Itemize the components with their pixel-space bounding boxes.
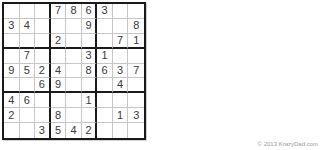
sudoku-cell[interactable] (35, 108, 51, 123)
sudoku-cell[interactable] (51, 93, 67, 108)
sudoku-cell[interactable]: 1 (113, 108, 129, 123)
sudoku-cell[interactable]: 9 (4, 64, 20, 79)
sudoku-cell[interactable] (4, 34, 20, 49)
sudoku-cell[interactable]: 2 (4, 108, 20, 123)
sudoku-cell[interactable] (97, 123, 113, 138)
sudoku-cell[interactable] (82, 78, 98, 93)
sudoku-cell[interactable] (51, 49, 67, 64)
sudoku-cell[interactable] (35, 34, 51, 49)
sudoku-cell[interactable]: 1 (128, 34, 144, 49)
sudoku-cell[interactable]: 8 (82, 64, 98, 79)
sudoku-cell[interactable] (66, 64, 82, 79)
sudoku-cell[interactable]: 5 (51, 123, 67, 138)
sudoku-cell[interactable] (66, 108, 82, 123)
sudoku-cell[interactable]: 3 (4, 19, 20, 34)
sudoku-cell[interactable]: 4 (4, 93, 20, 108)
sudoku-cell[interactable]: 3 (128, 108, 144, 123)
sudoku-cell[interactable] (4, 4, 20, 19)
sudoku-cell[interactable]: 8 (51, 108, 67, 123)
sudoku-cell[interactable] (113, 123, 129, 138)
sudoku-cell[interactable]: 2 (35, 64, 51, 79)
sudoku-cell[interactable] (35, 93, 51, 108)
sudoku-cell[interactable]: 2 (82, 123, 98, 138)
sudoku-cell[interactable] (20, 108, 36, 123)
sudoku-cell[interactable] (128, 93, 144, 108)
sudoku-cell[interactable] (97, 19, 113, 34)
sudoku-cell[interactable]: 4 (51, 64, 67, 79)
sudoku-cell[interactable]: 3 (35, 123, 51, 138)
sudoku-cell[interactable]: 6 (20, 93, 36, 108)
sudoku-cell[interactable]: 4 (113, 78, 129, 93)
sudoku-cell[interactable] (128, 78, 144, 93)
sudoku-cell[interactable] (128, 123, 144, 138)
sudoku-cell[interactable]: 4 (20, 19, 36, 34)
sudoku-board: 786334982717319524863769446128133542 (2, 2, 146, 140)
sudoku-cell[interactable]: 6 (82, 4, 98, 19)
sudoku-cell[interactable] (66, 49, 82, 64)
sudoku-cell[interactable]: 7 (113, 34, 129, 49)
sudoku-cell[interactable] (4, 49, 20, 64)
sudoku-cell[interactable]: 2 (51, 34, 67, 49)
sudoku-cell[interactable] (20, 34, 36, 49)
sudoku-cell[interactable]: 4 (66, 123, 82, 138)
sudoku-cell[interactable] (20, 4, 36, 19)
sudoku-cell[interactable]: 8 (128, 19, 144, 34)
sudoku-cell[interactable] (4, 123, 20, 138)
sudoku-cell[interactable] (35, 49, 51, 64)
sudoku-cell[interactable] (97, 108, 113, 123)
sudoku-cell[interactable]: 7 (128, 64, 144, 79)
sudoku-cell[interactable]: 1 (82, 93, 98, 108)
sudoku-cell[interactable] (82, 108, 98, 123)
sudoku-cell[interactable] (35, 4, 51, 19)
sudoku-cell[interactable]: 8 (66, 4, 82, 19)
sudoku-cell[interactable] (113, 49, 129, 64)
sudoku-cell[interactable] (66, 34, 82, 49)
sudoku-cell[interactable]: 1 (97, 49, 113, 64)
sudoku-cell[interactable]: 9 (51, 78, 67, 93)
sudoku-cell[interactable] (82, 34, 98, 49)
sudoku-cell[interactable] (66, 19, 82, 34)
sudoku-cell[interactable]: 7 (51, 4, 67, 19)
sudoku-cell[interactable] (66, 93, 82, 108)
sudoku-cell[interactable]: 3 (97, 4, 113, 19)
sudoku-cell[interactable]: 6 (35, 78, 51, 93)
sudoku-cell[interactable] (35, 19, 51, 34)
sudoku-cell[interactable] (66, 78, 82, 93)
sudoku-cell[interactable] (128, 49, 144, 64)
sudoku-cell[interactable] (113, 93, 129, 108)
sudoku-cell[interactable] (4, 78, 20, 93)
sudoku-cell[interactable] (20, 123, 36, 138)
sudoku-cell[interactable] (97, 78, 113, 93)
sudoku-cell[interactable]: 9 (82, 19, 98, 34)
sudoku-cell[interactable] (20, 78, 36, 93)
sudoku-cell[interactable]: 3 (113, 64, 129, 79)
sudoku-cell[interactable] (51, 19, 67, 34)
sudoku-cell[interactable] (97, 34, 113, 49)
sudoku-cell[interactable]: 5 (20, 64, 36, 79)
sudoku-cell[interactable]: 7 (20, 49, 36, 64)
sudoku-cell[interactable]: 6 (97, 64, 113, 79)
sudoku-cell[interactable] (113, 19, 129, 34)
sudoku-cell[interactable] (128, 4, 144, 19)
sudoku-cell[interactable] (97, 93, 113, 108)
sudoku-cell[interactable]: 3 (82, 49, 98, 64)
sudoku-cell[interactable] (113, 4, 129, 19)
